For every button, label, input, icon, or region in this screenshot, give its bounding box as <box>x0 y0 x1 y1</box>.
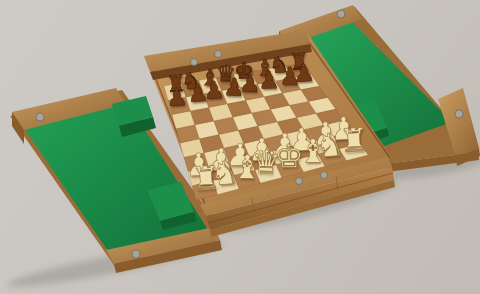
magnet-dot <box>455 110 463 118</box>
photo-stage: ♜♞♝♛♚♝♞♜♟♟♟♟♟♟♟♟♟♟♟♟♟♟♟♟♜♞♝♛♚♝♞♜ <box>0 0 480 294</box>
piece-black-pawn[interactable]: ♟ <box>279 64 301 88</box>
magnet-dot <box>321 172 328 179</box>
piece-black-pawn[interactable]: ♟ <box>187 81 210 107</box>
piece-black-pawn[interactable]: ♟ <box>222 74 244 99</box>
piece-black-pawn[interactable]: ♟ <box>165 84 188 110</box>
magnet-dot <box>36 113 44 121</box>
magnet-dot <box>132 250 140 258</box>
magnet-dot <box>296 178 303 185</box>
piece-white-rook[interactable]: ♜ <box>190 161 221 195</box>
magnet-dot <box>191 59 198 66</box>
magnet-dot <box>337 10 345 18</box>
magnet-dot <box>215 51 222 58</box>
